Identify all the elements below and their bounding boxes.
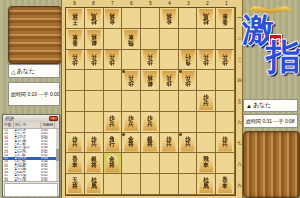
- gote-player-name: あなた: [17, 67, 35, 76]
- gote-time-text: 総時間 0:10 一手 0:00: [11, 91, 60, 97]
- kifu-column-headers: 手数 指し手 消費時間: [3, 122, 59, 129]
- board-grid: 王将桂馬金将金将桂馬香車香車銀将飛車歩兵歩兵歩兵歩兵角行歩兵歩兵歩兵銀将歩兵歩兵…: [65, 7, 236, 196]
- gote-piece-金将[interactable]: 金将: [161, 9, 177, 27]
- board-square-2-8[interactable]: 飛車: [197, 153, 216, 174]
- board-square-4-5[interactable]: [160, 91, 179, 112]
- board-square-1-2[interactable]: [216, 29, 235, 50]
- board-square-2-7[interactable]: [197, 133, 216, 154]
- sente-piece-玉将[interactable]: 玉将: [67, 175, 83, 193]
- board-square-6-1[interactable]: [122, 8, 141, 29]
- sente-piece-歩兵[interactable]: 歩兵: [123, 113, 139, 131]
- board-square-4-1[interactable]: 金将: [160, 8, 179, 29]
- board-square-1-1[interactable]: 香車: [216, 8, 235, 29]
- board-square-7-3[interactable]: 歩兵: [104, 50, 123, 71]
- board-square-9-2[interactable]: 香車: [66, 29, 85, 50]
- board-square-4-3[interactable]: [160, 50, 179, 71]
- board-square-6-2[interactable]: 飛車: [122, 29, 141, 50]
- gote-piece-歩兵[interactable]: 歩兵: [67, 50, 83, 68]
- rank-label: 八: [237, 154, 242, 175]
- gote-player-box: △ あなた: [8, 64, 60, 78]
- file-label: 2: [198, 0, 217, 6]
- gote-piece-桂馬[interactable]: 桂馬: [86, 9, 102, 27]
- file-label: 6: [122, 0, 141, 6]
- gote-time-box: 総時間 0:10 一手 0:00: [8, 82, 60, 106]
- gote-piece-歩兵[interactable]: 歩兵: [123, 71, 139, 89]
- sente-piece-歩兵[interactable]: 歩兵: [67, 134, 83, 152]
- board-square-3-6[interactable]: [179, 112, 198, 133]
- board-square-9-6[interactable]: [66, 112, 85, 133]
- board-square-2-3[interactable]: 歩兵: [197, 50, 216, 71]
- gote-piece-銀将[interactable]: 銀将: [142, 71, 158, 89]
- sente-piece-飛車[interactable]: 飛車: [198, 154, 214, 172]
- board-square-1-9[interactable]: 香車: [216, 174, 235, 195]
- file-label: 3: [179, 0, 198, 6]
- gote-piece-角行[interactable]: 角行: [180, 50, 196, 68]
- board-square-8-7[interactable]: 歩兵: [85, 133, 104, 154]
- board-square-4-6[interactable]: [160, 112, 179, 133]
- board-square-1-5[interactable]: [216, 91, 235, 112]
- board-square-7-4[interactable]: [104, 70, 123, 91]
- sente-piece-金将[interactable]: 金将: [104, 154, 120, 172]
- sente-piece-歩兵[interactable]: 歩兵: [217, 134, 233, 152]
- sente-piece-歩兵[interactable]: 歩兵: [161, 134, 177, 152]
- sente-piece-歩兵[interactable]: 歩兵: [104, 113, 120, 131]
- gote-piece-歩兵[interactable]: 歩兵: [198, 50, 214, 68]
- board-square-6-7[interactable]: 金将: [122, 133, 141, 154]
- board-square-1-7[interactable]: 歩兵: [216, 133, 235, 154]
- board-square-6-9[interactable]: [122, 174, 141, 195]
- board-square-5-1[interactable]: [141, 8, 160, 29]
- board-square-7-5[interactable]: [104, 91, 123, 112]
- hoshi-dot: [122, 70, 125, 73]
- sente-time-text: 総時間 0:31 一手 0:08: [246, 118, 295, 124]
- col-move-number: 手数: [3, 122, 14, 128]
- kifu-titlebar[interactable]: 棋譜 ×: [3, 115, 59, 122]
- file-label: 8: [84, 0, 103, 6]
- board-square-7-2[interactable]: [104, 29, 123, 50]
- kifu-row-33[interactable]: 33▲7八金0:02: [3, 179, 59, 182]
- shogi-board: 987654321 一二三四五六七八九 王将桂馬金将金将桂馬香車香車銀将飛車歩兵…: [61, 0, 243, 198]
- file-label: 5: [141, 0, 160, 6]
- board-square-5-2[interactable]: [141, 29, 160, 50]
- board-square-9-3[interactable]: 歩兵: [66, 50, 85, 71]
- board-square-3-5[interactable]: [179, 91, 198, 112]
- board-square-8-2[interactable]: 銀将: [85, 29, 104, 50]
- sente-mark: ▲: [246, 103, 252, 109]
- board-square-8-8[interactable]: 銀将: [85, 153, 104, 174]
- sente-time-box: 総時間 0:31 一手 0:08: [243, 114, 298, 128]
- board-square-3-4[interactable]: 歩兵: [179, 70, 198, 91]
- gote-piece-香車[interactable]: 香車: [67, 30, 83, 48]
- board-square-7-1[interactable]: 金将: [104, 8, 123, 29]
- board-square-2-9[interactable]: 桂馬: [197, 174, 216, 195]
- file-label: 1: [217, 0, 236, 6]
- sente-player-box: ▲ あなた: [243, 99, 298, 112]
- logo-char-2: 指: [266, 34, 300, 81]
- board-square-6-5[interactable]: [122, 91, 141, 112]
- board-square-4-4[interactable]: 歩兵: [160, 70, 179, 91]
- board-square-3-2[interactable]: [179, 29, 198, 50]
- board-square-1-4[interactable]: [216, 70, 235, 91]
- board-square-8-3[interactable]: 歩兵: [85, 50, 104, 71]
- gote-mark: △: [11, 68, 16, 75]
- gote-piece-歩兵[interactable]: 歩兵: [104, 50, 120, 68]
- sente-piece-歩兵[interactable]: 歩兵: [142, 113, 158, 131]
- gote-piece-歩兵[interactable]: 歩兵: [217, 50, 233, 68]
- kifu-window: 棋譜 × 手数 指し手 消費時間 15▲9八香0:0316△9二香0:0117▲…: [2, 114, 60, 197]
- col-time: 消費時間: [41, 122, 55, 128]
- board-square-8-9[interactable]: 桂馬: [85, 174, 104, 195]
- gote-piece-王将[interactable]: 王将: [67, 9, 83, 27]
- board-square-8-6[interactable]: [85, 112, 104, 133]
- board-square-7-7[interactable]: 角行: [104, 133, 123, 154]
- board-square-5-8[interactable]: [141, 153, 160, 174]
- board-square-9-9[interactable]: 玉将: [66, 174, 85, 195]
- sente-piece-銀将[interactable]: 銀将: [86, 154, 102, 172]
- sente-player-name: あなた: [253, 101, 271, 110]
- board-square-6-4[interactable]: 歩兵: [122, 70, 141, 91]
- board-square-3-7[interactable]: 歩兵: [179, 133, 198, 154]
- close-icon[interactable]: ×: [49, 116, 58, 121]
- board-square-5-7[interactable]: 銀将: [141, 133, 160, 154]
- sente-piece-歩兵[interactable]: 歩兵: [180, 134, 196, 152]
- board-square-1-3[interactable]: 歩兵: [216, 50, 235, 71]
- gote-piece-歩兵[interactable]: 歩兵: [142, 50, 158, 68]
- board-square-8-4[interactable]: [85, 70, 104, 91]
- board-square-5-9[interactable]: [141, 174, 160, 195]
- sente-piece-香車[interactable]: 香車: [67, 154, 83, 172]
- sente-piece-角行[interactable]: 角行: [104, 134, 120, 152]
- board-square-9-4[interactable]: [66, 70, 85, 91]
- board-square-2-2[interactable]: [197, 29, 216, 50]
- board-square-3-8[interactable]: [179, 153, 198, 174]
- board-square-6-3[interactable]: [122, 50, 141, 71]
- gote-piece-桂馬[interactable]: 桂馬: [198, 9, 214, 27]
- board-square-8-1[interactable]: 桂馬: [85, 8, 104, 29]
- board-square-6-6[interactable]: 歩兵: [122, 112, 141, 133]
- sente-piece-金将[interactable]: 金将: [123, 134, 139, 152]
- gote-piece-歩兵[interactable]: 歩兵: [180, 71, 196, 89]
- board-square-5-6[interactable]: 歩兵: [141, 112, 160, 133]
- board-square-9-7[interactable]: 歩兵: [66, 133, 85, 154]
- board-square-4-7[interactable]: 歩兵: [160, 133, 179, 154]
- board-square-9-5[interactable]: [66, 91, 85, 112]
- board-square-3-3[interactable]: 角行: [179, 50, 198, 71]
- board-square-7-9[interactable]: [104, 174, 123, 195]
- file-label: 7: [103, 0, 122, 6]
- board-square-5-3[interactable]: 歩兵: [141, 50, 160, 71]
- board-square-1-8[interactable]: [216, 153, 235, 174]
- rank-label: 六: [237, 112, 242, 133]
- board-square-8-5[interactable]: [85, 91, 104, 112]
- kifu-comment-box[interactable]: [4, 183, 58, 197]
- kifu-title: 棋譜: [4, 115, 14, 122]
- rank-label: 七: [237, 133, 242, 154]
- rank-label: 九: [237, 175, 242, 196]
- gote-piece-銀将[interactable]: 銀将: [86, 30, 102, 48]
- kifu-move-list[interactable]: 15▲9八香0:0316△9二香0:0117▲9九玉0:0118△9一玉0:00…: [3, 129, 59, 182]
- file-label: 9: [65, 0, 84, 6]
- board-square-6-8[interactable]: [122, 153, 141, 174]
- gekisashi-logo: 激 13 指: [242, 4, 300, 96]
- board-square-2-1[interactable]: 桂馬: [197, 8, 216, 29]
- board-square-5-4[interactable]: 銀将: [141, 70, 160, 91]
- gote-piece-香車[interactable]: 香車: [217, 9, 233, 27]
- board-square-2-4[interactable]: [197, 70, 216, 91]
- gote-piece-歩兵[interactable]: 歩兵: [86, 50, 102, 68]
- board-square-3-9[interactable]: [179, 174, 198, 195]
- sente-piece-香車[interactable]: 香車: [217, 175, 233, 193]
- board-square-4-8[interactable]: [160, 153, 179, 174]
- sente-piece-tray[interactable]: [243, 131, 300, 198]
- sente-piece-歩兵[interactable]: 歩兵: [198, 92, 214, 110]
- gote-piece-飛車[interactable]: 飛車: [123, 30, 139, 48]
- board-square-2-5[interactable]: 歩兵: [197, 91, 216, 112]
- board-square-7-8[interactable]: 金将: [104, 153, 123, 174]
- sente-piece-歩兵[interactable]: 歩兵: [86, 134, 102, 152]
- sente-piece-桂馬[interactable]: 桂馬: [198, 175, 214, 193]
- gote-piece-金将[interactable]: 金将: [104, 9, 120, 27]
- board-square-7-6[interactable]: 歩兵: [104, 112, 123, 133]
- file-labels: 987654321: [65, 0, 236, 6]
- board-square-4-2[interactable]: [160, 29, 179, 50]
- board-square-9-8[interactable]: 香車: [66, 153, 85, 174]
- hoshi-dot: [179, 70, 182, 73]
- board-square-3-1[interactable]: [179, 8, 198, 29]
- board-square-4-9[interactable]: [160, 174, 179, 195]
- sente-piece-桂馬[interactable]: 桂馬: [86, 175, 102, 193]
- board-square-9-1[interactable]: 王将: [66, 8, 85, 29]
- file-label: 4: [160, 0, 179, 6]
- hoshi-dot: [179, 133, 182, 136]
- board-square-5-5[interactable]: [141, 91, 160, 112]
- board-square-1-6[interactable]: [216, 112, 235, 133]
- app-window: △ あなた 総時間 0:10 一手 0:00 987654321 一二三四五六七…: [0, 0, 300, 198]
- board-square-2-6[interactable]: [197, 112, 216, 133]
- gote-piece-tray[interactable]: [8, 6, 62, 64]
- kifu-scrollbar-thumb[interactable]: [56, 149, 59, 161]
- gote-piece-歩兵[interactable]: 歩兵: [161, 71, 177, 89]
- sente-piece-銀将[interactable]: 銀将: [142, 134, 158, 152]
- kifu-scrollbar[interactable]: [56, 129, 59, 181]
- hoshi-dot: [122, 133, 125, 136]
- col-move: 指し手: [14, 122, 41, 128]
